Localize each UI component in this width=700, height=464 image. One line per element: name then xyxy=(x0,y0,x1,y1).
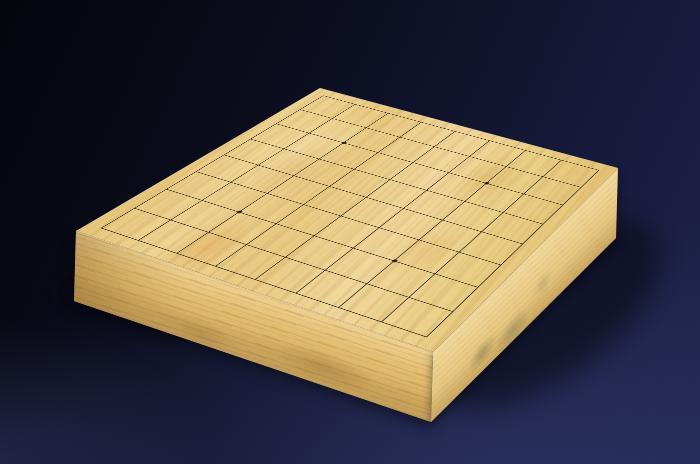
photo-backdrop xyxy=(0,0,700,464)
